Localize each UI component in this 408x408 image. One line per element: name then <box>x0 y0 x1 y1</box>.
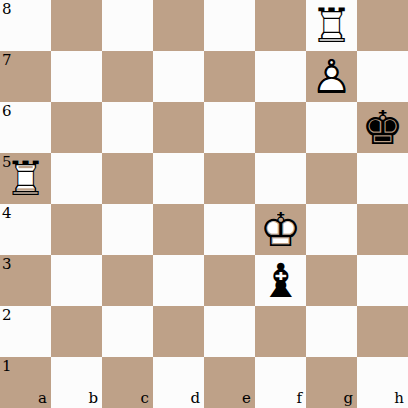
piece-glyph: ♚ <box>361 103 403 150</box>
piece-outline-glyph: ♖ <box>4 154 46 201</box>
square-f2[interactable] <box>255 306 306 357</box>
square-d5[interactable] <box>153 153 204 204</box>
square-g6[interactable] <box>306 102 357 153</box>
piece-outline-glyph: ♙ <box>310 52 352 99</box>
square-c3[interactable] <box>102 255 153 306</box>
square-g4[interactable] <box>306 204 357 255</box>
square-e2[interactable] <box>204 306 255 357</box>
square-f3[interactable]: ♝ <box>255 255 306 306</box>
square-b5[interactable] <box>51 153 102 204</box>
square-b4[interactable] <box>51 204 102 255</box>
square-a5[interactable]: 5♜♖ <box>0 153 51 204</box>
square-c4[interactable] <box>102 204 153 255</box>
square-a6[interactable]: 6 <box>0 102 51 153</box>
file-label-e: e <box>242 391 251 406</box>
file-label-b: b <box>88 391 98 406</box>
square-h5[interactable] <box>357 153 408 204</box>
file-label-a: a <box>38 391 47 406</box>
square-d7[interactable] <box>153 51 204 102</box>
file-label-h: h <box>394 391 404 406</box>
rank-label-7: 7 <box>2 53 12 68</box>
file-label-d: d <box>190 391 200 406</box>
square-h4[interactable] <box>357 204 408 255</box>
square-c5[interactable] <box>102 153 153 204</box>
square-g5[interactable] <box>306 153 357 204</box>
square-g2[interactable] <box>306 306 357 357</box>
square-c6[interactable] <box>102 102 153 153</box>
rank-label-2: 2 <box>2 308 12 323</box>
square-b1[interactable]: b <box>51 357 102 408</box>
square-h1[interactable]: h <box>357 357 408 408</box>
piece-white-pawn[interactable]: ♟♙ <box>306 51 357 102</box>
square-d3[interactable] <box>153 255 204 306</box>
square-b2[interactable] <box>51 306 102 357</box>
piece-white-rook[interactable]: ♜♖ <box>0 153 51 204</box>
square-g1[interactable]: g <box>306 357 357 408</box>
square-e5[interactable] <box>204 153 255 204</box>
square-d1[interactable]: d <box>153 357 204 408</box>
chess-board: 8♜♖7♟♙6♚5♜♖4♚♔3♝21abcdefgh <box>0 0 408 408</box>
square-c8[interactable] <box>102 0 153 51</box>
piece-outline-glyph: ♖ <box>310 1 352 48</box>
file-label-g: g <box>343 391 353 406</box>
square-f1[interactable]: f <box>255 357 306 408</box>
square-e4[interactable] <box>204 204 255 255</box>
square-f7[interactable] <box>255 51 306 102</box>
square-g7[interactable]: ♟♙ <box>306 51 357 102</box>
square-h8[interactable] <box>357 0 408 51</box>
square-a1[interactable]: 1a <box>0 357 51 408</box>
square-e6[interactable] <box>204 102 255 153</box>
square-e3[interactable] <box>204 255 255 306</box>
piece-glyph: ♝ <box>259 256 301 303</box>
piece-black-bishop[interactable]: ♝ <box>255 255 306 306</box>
square-a8[interactable]: 8 <box>0 0 51 51</box>
square-h6[interactable]: ♚ <box>357 102 408 153</box>
square-h2[interactable] <box>357 306 408 357</box>
square-d6[interactable] <box>153 102 204 153</box>
piece-white-king[interactable]: ♚♔ <box>255 204 306 255</box>
square-g8[interactable]: ♜♖ <box>306 0 357 51</box>
piece-outline-glyph: ♔ <box>259 205 301 252</box>
square-f8[interactable] <box>255 0 306 51</box>
square-c7[interactable] <box>102 51 153 102</box>
square-b3[interactable] <box>51 255 102 306</box>
piece-white-rook[interactable]: ♜♖ <box>306 0 357 51</box>
square-c1[interactable]: c <box>102 357 153 408</box>
square-f5[interactable] <box>255 153 306 204</box>
square-e8[interactable] <box>204 0 255 51</box>
square-b6[interactable] <box>51 102 102 153</box>
file-label-c: c <box>141 391 149 406</box>
square-g3[interactable] <box>306 255 357 306</box>
file-label-f: f <box>296 391 302 406</box>
square-a2[interactable]: 2 <box>0 306 51 357</box>
square-b8[interactable] <box>51 0 102 51</box>
rank-label-3: 3 <box>2 257 12 272</box>
rank-label-6: 6 <box>2 104 12 119</box>
square-f4[interactable]: ♚♔ <box>255 204 306 255</box>
square-e7[interactable] <box>204 51 255 102</box>
rank-label-1: 1 <box>2 359 12 374</box>
square-b7[interactable] <box>51 51 102 102</box>
square-f6[interactable] <box>255 102 306 153</box>
square-e1[interactable]: e <box>204 357 255 408</box>
square-d4[interactable] <box>153 204 204 255</box>
rank-label-8: 8 <box>2 2 12 17</box>
square-d2[interactable] <box>153 306 204 357</box>
square-a7[interactable]: 7 <box>0 51 51 102</box>
square-h7[interactable] <box>357 51 408 102</box>
piece-black-king[interactable]: ♚ <box>357 102 408 153</box>
rank-label-4: 4 <box>2 206 12 221</box>
square-a3[interactable]: 3 <box>0 255 51 306</box>
square-h3[interactable] <box>357 255 408 306</box>
square-c2[interactable] <box>102 306 153 357</box>
square-a4[interactable]: 4 <box>0 204 51 255</box>
square-d8[interactable] <box>153 0 204 51</box>
